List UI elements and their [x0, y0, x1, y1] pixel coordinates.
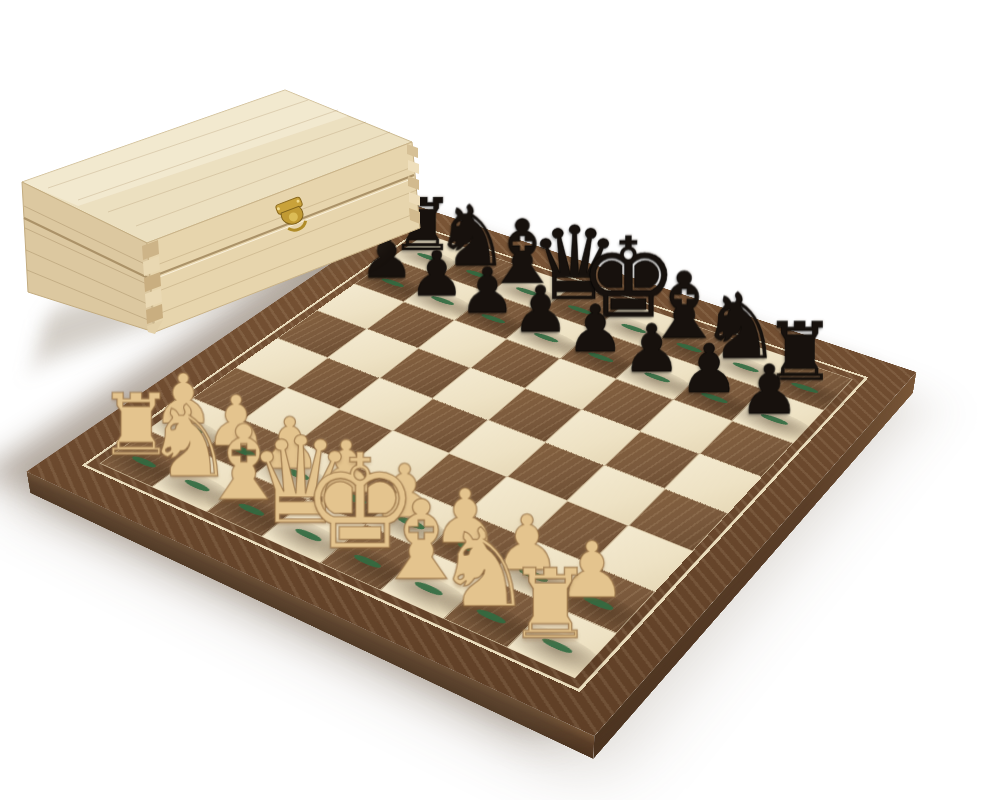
- piece-black-pawn-d7: ♟: [512, 278, 569, 342]
- piece-black-pawn-e7: ♟: [566, 297, 624, 362]
- product-photo-scene: ♜♞♝♛♚♝♞♜♟♟♟♟♟♟♟♟♟♟♟♟♟♟♟♟♜♞♝♛♚♝♞♜: [0, 0, 1000, 800]
- storage-box-drawing: [8, 78, 448, 358]
- piece-black-pawn-f7: ♟: [622, 316, 681, 382]
- piece-white-rook-h1: ♜: [507, 557, 593, 653]
- piece-black-pawn-h7: ♟: [739, 356, 800, 424]
- wooden-storage-box: [8, 78, 448, 358]
- piece-black-pawn-c7: ♟: [460, 260, 517, 323]
- piece-black-pawn-g7: ♟: [680, 336, 740, 403]
